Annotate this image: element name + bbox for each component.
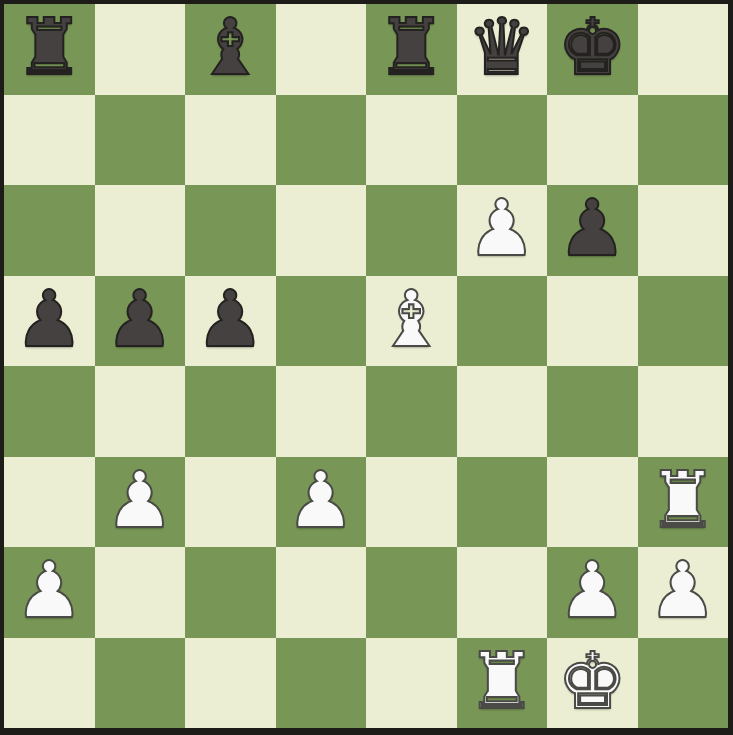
square-b3[interactable]: ♟ <box>95 457 186 548</box>
white-pawn-piece[interactable]: ♟ <box>14 545 84 635</box>
square-c3[interactable] <box>185 457 276 548</box>
square-c6[interactable] <box>185 185 276 276</box>
square-g4[interactable] <box>547 366 638 457</box>
square-g7[interactable] <box>547 95 638 186</box>
square-b6[interactable] <box>95 185 186 276</box>
board-frame: ♜♝♜♛♚♟♟♟♟♟♝♟♟♜♟♟♟♜♚ <box>0 0 733 735</box>
black-pawn-piece[interactable]: ♟ <box>105 274 175 364</box>
square-a5[interactable]: ♟ <box>4 276 95 367</box>
square-c4[interactable] <box>185 366 276 457</box>
square-c1[interactable] <box>185 638 276 729</box>
white-rook-piece[interactable]: ♜ <box>467 636 537 726</box>
white-pawn-piece[interactable]: ♟ <box>648 545 718 635</box>
chess-board: ♜♝♜♛♚♟♟♟♟♟♝♟♟♜♟♟♟♜♚ <box>4 4 728 728</box>
black-bishop-piece[interactable]: ♝ <box>195 2 265 92</box>
square-e2[interactable] <box>366 547 457 638</box>
black-pawn-piece[interactable]: ♟ <box>14 274 84 364</box>
square-b5[interactable]: ♟ <box>95 276 186 367</box>
square-f4[interactable] <box>457 366 548 457</box>
white-pawn-piece[interactable]: ♟ <box>467 183 537 273</box>
square-g3[interactable] <box>547 457 638 548</box>
square-a7[interactable] <box>4 95 95 186</box>
square-d1[interactable] <box>276 638 367 729</box>
square-d4[interactable] <box>276 366 367 457</box>
white-rook-piece[interactable]: ♜ <box>648 455 718 545</box>
square-h1[interactable] <box>638 638 729 729</box>
square-h6[interactable] <box>638 185 729 276</box>
white-pawn-piece[interactable]: ♟ <box>105 455 175 545</box>
white-bishop-piece[interactable]: ♝ <box>376 274 446 364</box>
square-b4[interactable] <box>95 366 186 457</box>
square-a3[interactable] <box>4 457 95 548</box>
square-f7[interactable] <box>457 95 548 186</box>
square-h4[interactable] <box>638 366 729 457</box>
black-king-piece[interactable]: ♚ <box>557 2 627 92</box>
square-e4[interactable] <box>366 366 457 457</box>
square-g5[interactable] <box>547 276 638 367</box>
square-h5[interactable] <box>638 276 729 367</box>
square-c2[interactable] <box>185 547 276 638</box>
square-b8[interactable] <box>95 4 186 95</box>
square-h7[interactable] <box>638 95 729 186</box>
square-a8[interactable]: ♜ <box>4 4 95 95</box>
square-e6[interactable] <box>366 185 457 276</box>
square-a1[interactable] <box>4 638 95 729</box>
square-b1[interactable] <box>95 638 186 729</box>
square-h2[interactable]: ♟ <box>638 547 729 638</box>
square-d8[interactable] <box>276 4 367 95</box>
white-pawn-piece[interactable]: ♟ <box>286 455 356 545</box>
black-queen-piece[interactable]: ♛ <box>467 2 537 92</box>
black-pawn-piece[interactable]: ♟ <box>557 183 627 273</box>
square-c7[interactable] <box>185 95 276 186</box>
square-g2[interactable]: ♟ <box>547 547 638 638</box>
square-c8[interactable]: ♝ <box>185 4 276 95</box>
square-e1[interactable] <box>366 638 457 729</box>
square-h8[interactable] <box>638 4 729 95</box>
square-a4[interactable] <box>4 366 95 457</box>
black-pawn-piece[interactable]: ♟ <box>195 274 265 364</box>
square-g6[interactable]: ♟ <box>547 185 638 276</box>
square-g1[interactable]: ♚ <box>547 638 638 729</box>
square-f6[interactable]: ♟ <box>457 185 548 276</box>
square-g8[interactable]: ♚ <box>547 4 638 95</box>
square-e8[interactable]: ♜ <box>366 4 457 95</box>
black-rook-piece[interactable]: ♜ <box>14 2 84 92</box>
square-d2[interactable] <box>276 547 367 638</box>
square-f1[interactable]: ♜ <box>457 638 548 729</box>
square-d7[interactable] <box>276 95 367 186</box>
square-e3[interactable] <box>366 457 457 548</box>
white-king-piece[interactable]: ♚ <box>557 636 627 726</box>
square-f3[interactable] <box>457 457 548 548</box>
square-e7[interactable] <box>366 95 457 186</box>
square-e5[interactable]: ♝ <box>366 276 457 367</box>
black-rook-piece[interactable]: ♜ <box>376 2 446 92</box>
square-h3[interactable]: ♜ <box>638 457 729 548</box>
square-d5[interactable] <box>276 276 367 367</box>
square-f5[interactable] <box>457 276 548 367</box>
square-c5[interactable]: ♟ <box>185 276 276 367</box>
white-pawn-piece[interactable]: ♟ <box>557 545 627 635</box>
square-b7[interactable] <box>95 95 186 186</box>
square-f2[interactable] <box>457 547 548 638</box>
square-a6[interactable] <box>4 185 95 276</box>
square-d3[interactable]: ♟ <box>276 457 367 548</box>
square-d6[interactable] <box>276 185 367 276</box>
square-b2[interactable] <box>95 547 186 638</box>
square-a2[interactable]: ♟ <box>4 547 95 638</box>
square-f8[interactable]: ♛ <box>457 4 548 95</box>
